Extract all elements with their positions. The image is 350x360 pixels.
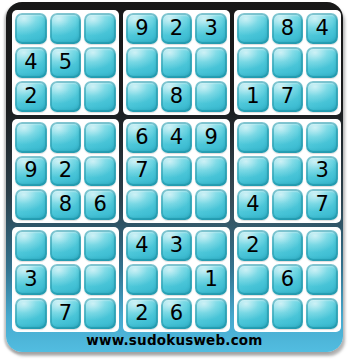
cell-r3c3[interactable] — [84, 81, 116, 112]
cell-r8c7[interactable] — [237, 264, 269, 295]
cell-r9c8[interactable] — [272, 298, 304, 329]
cell-r2c8[interactable] — [272, 47, 304, 78]
cell-r7c7[interactable]: 2 — [237, 230, 269, 261]
cell-r2c6[interactable] — [195, 47, 227, 78]
cell-r3c6[interactable] — [195, 81, 227, 112]
box-2: 9238 — [123, 10, 230, 115]
cell-r6c6[interactable] — [195, 189, 227, 220]
cell-r8c9[interactable] — [306, 264, 338, 295]
box-3: 8417 — [234, 10, 341, 115]
cell-r7c8[interactable] — [272, 230, 304, 261]
cell-r7c5[interactable]: 3 — [161, 230, 193, 261]
cell-r4c8[interactable] — [272, 122, 304, 153]
cell-r2c4[interactable] — [126, 47, 158, 78]
cell-r9c7[interactable] — [237, 298, 269, 329]
cell-r1c7[interactable] — [237, 13, 269, 44]
box-7: 37 — [12, 227, 119, 332]
box-8: 43126 — [123, 227, 230, 332]
cell-r1c8[interactable]: 8 — [272, 13, 304, 44]
cell-r5c5[interactable] — [161, 156, 193, 187]
cell-r4c6[interactable]: 9 — [195, 122, 227, 153]
cell-r5c9[interactable]: 3 — [306, 156, 338, 187]
cell-r7c1[interactable] — [15, 230, 47, 261]
cell-r2c3[interactable] — [84, 47, 116, 78]
cell-r9c2[interactable]: 7 — [50, 298, 82, 329]
cell-r8c8[interactable]: 6 — [272, 264, 304, 295]
cell-r9c1[interactable] — [15, 298, 47, 329]
cell-r2c7[interactable] — [237, 47, 269, 78]
cell-r3c4[interactable] — [126, 81, 158, 112]
box-9: 26 — [234, 227, 341, 332]
cell-r1c5[interactable]: 2 — [161, 13, 193, 44]
cell-r8c2[interactable] — [50, 264, 82, 295]
cell-r1c4[interactable]: 9 — [126, 13, 158, 44]
cell-r8c3[interactable] — [84, 264, 116, 295]
cell-r5c3[interactable] — [84, 156, 116, 187]
cell-r5c8[interactable] — [272, 156, 304, 187]
cell-r7c4[interactable]: 4 — [126, 230, 158, 261]
cell-r9c3[interactable] — [84, 298, 116, 329]
cell-r6c2[interactable]: 8 — [50, 189, 82, 220]
cell-r7c2[interactable] — [50, 230, 82, 261]
cell-r9c5[interactable]: 6 — [161, 298, 193, 329]
cell-r8c1[interactable]: 3 — [15, 264, 47, 295]
cell-r4c9[interactable] — [306, 122, 338, 153]
cell-r1c6[interactable]: 3 — [195, 13, 227, 44]
footer-link[interactable]: www.sudokusweb.com — [6, 330, 343, 349]
cell-r2c1[interactable]: 4 — [15, 47, 47, 78]
sudoku-board: 4529238841792866497347374312626 — [12, 10, 341, 332]
cell-r8c4[interactable] — [126, 264, 158, 295]
cell-r1c3[interactable] — [84, 13, 116, 44]
cell-r7c3[interactable] — [84, 230, 116, 261]
cell-r5c4[interactable]: 7 — [126, 156, 158, 187]
cell-r3c1[interactable]: 2 — [15, 81, 47, 112]
cell-r1c1[interactable] — [15, 13, 47, 44]
cell-r7c6[interactable] — [195, 230, 227, 261]
cell-r1c2[interactable] — [50, 13, 82, 44]
cell-r6c4[interactable] — [126, 189, 158, 220]
cell-r9c4[interactable]: 2 — [126, 298, 158, 329]
box-1: 452 — [12, 10, 119, 115]
cell-r6c9[interactable]: 7 — [306, 189, 338, 220]
cell-r1c9[interactable]: 4 — [306, 13, 338, 44]
cell-r5c7[interactable] — [237, 156, 269, 187]
cell-r2c5[interactable] — [161, 47, 193, 78]
cell-r4c2[interactable] — [50, 122, 82, 153]
cell-r3c7[interactable]: 1 — [237, 81, 269, 112]
cell-r6c7[interactable]: 4 — [237, 189, 269, 220]
cell-r7c9[interactable] — [306, 230, 338, 261]
cell-r6c1[interactable] — [15, 189, 47, 220]
box-4: 9286 — [12, 119, 119, 224]
box-6: 347 — [234, 119, 341, 224]
cell-r9c9[interactable] — [306, 298, 338, 329]
cell-r2c2[interactable]: 5 — [50, 47, 82, 78]
cell-r6c8[interactable] — [272, 189, 304, 220]
cell-r3c5[interactable]: 8 — [161, 81, 193, 112]
cell-r5c6[interactable] — [195, 156, 227, 187]
cell-r4c3[interactable] — [84, 122, 116, 153]
cell-r3c8[interactable]: 7 — [272, 81, 304, 112]
cell-r4c1[interactable] — [15, 122, 47, 153]
cell-r4c7[interactable] — [237, 122, 269, 153]
cell-r9c6[interactable] — [195, 298, 227, 329]
cell-r6c5[interactable] — [161, 189, 193, 220]
cell-r2c9[interactable] — [306, 47, 338, 78]
cell-r6c3[interactable]: 6 — [84, 189, 116, 220]
sudoku-frame: 4529238841792866497347374312626 www.sudo… — [6, 2, 343, 352]
cell-r4c4[interactable]: 6 — [126, 122, 158, 153]
cell-r3c2[interactable] — [50, 81, 82, 112]
cell-r8c5[interactable] — [161, 264, 193, 295]
cell-r5c1[interactable]: 9 — [15, 156, 47, 187]
box-5: 6497 — [123, 119, 230, 224]
cell-r5c2[interactable]: 2 — [50, 156, 82, 187]
cell-r3c9[interactable] — [306, 81, 338, 112]
cell-r4c5[interactable]: 4 — [161, 122, 193, 153]
cell-r8c6[interactable]: 1 — [195, 264, 227, 295]
